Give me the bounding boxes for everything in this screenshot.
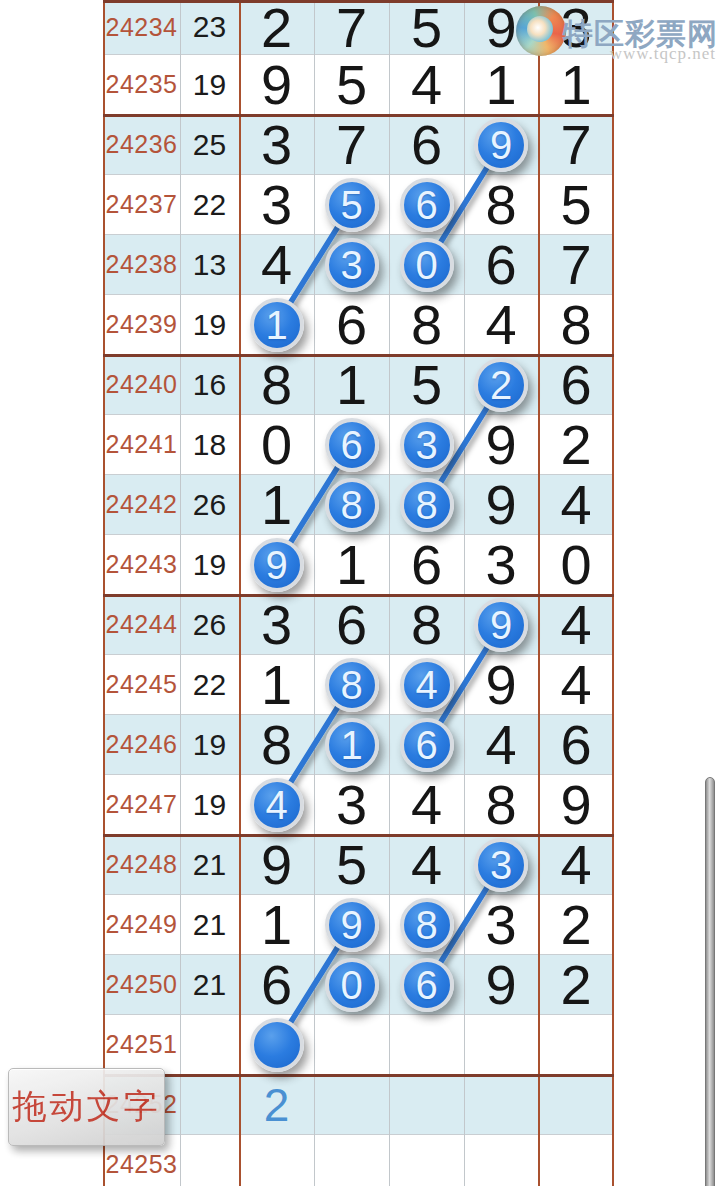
digit-cell: 2 [538,895,614,954]
digit-cell [464,1135,538,1186]
sum-cell: 19 [180,295,239,354]
issue-cell: 24242 [103,475,180,534]
digit-cell: 8 [464,175,538,234]
trend-table: 2423423275932423519954112423625376724237… [0,0,720,1186]
lottery-trend-screen: 2423423275932423519954112423625376724237… [0,0,720,1186]
issue-cell: 24234 [103,0,180,54]
group-separator-line [103,354,614,357]
sum-cell: 21 [180,955,239,1014]
digit-cell [314,1075,389,1134]
digit-cell: 2 [538,415,614,474]
circled-digit: 4 [250,778,304,832]
issue-cell: 24245 [103,655,180,714]
digit-cell [464,1075,538,1134]
group-separator-line [103,1074,614,1077]
digit-cell: 9 [464,0,538,54]
digit-cell: 4 [538,655,614,714]
issue-cell: 24244 [103,595,180,654]
sum-cell: 19 [180,55,239,114]
circled-digit: 3 [325,238,379,292]
sum-cell: 19 [180,715,239,774]
sum-cell: 22 [180,175,239,234]
digit-cell [538,1015,614,1074]
circled-digit: 8 [400,898,454,952]
circled-digit: 9 [474,118,528,172]
issue-cell: 24247 [103,775,180,834]
digit-cell: 8 [389,295,464,354]
group-separator-line [103,834,614,837]
digit-cell: 1 [538,55,614,114]
digit-cell: 3 [538,0,614,54]
digit-cell: 8 [538,295,614,354]
digit-cell: 2 [239,0,314,54]
circled-digit: 9 [474,598,528,652]
digit-cell: 9 [464,655,538,714]
digit-cell [314,1135,389,1186]
sum-cell: 13 [180,235,239,294]
circled-digit: 5 [325,178,379,232]
digit-cell: 8 [239,715,314,774]
digit-cell: 0 [239,415,314,474]
issue-cell: 24249 [103,895,180,954]
circled-digit: 3 [474,838,528,892]
digit-cell: 6 [538,715,614,774]
digit-cell [389,1015,464,1074]
digit-cell: 1 [464,55,538,114]
digit-cell: 1 [314,535,389,594]
sum-cell: 25 [180,115,239,174]
digit-cell: 3 [464,535,538,594]
digit-cell: 3 [239,115,314,174]
group-separator-line [103,0,614,3]
issue-cell: 24240 [103,355,180,414]
circled-digit: 3 [400,418,454,472]
circled-digit: 6 [325,418,379,472]
circled-digit: 0 [325,958,379,1012]
sum-cell: 18 [180,415,239,474]
digit-cell: 4 [389,55,464,114]
solid-marker-circle [250,1018,304,1072]
digit-cell: 9 [464,415,538,474]
digit-cell: 7 [314,115,389,174]
circled-digit: 8 [325,658,379,712]
digit-cell: 9 [538,775,614,834]
scrollbar-thumb[interactable] [705,777,715,1186]
digit-cell: 9 [239,835,314,894]
issue-cell: 24250 [103,955,180,1014]
digit-cell: 4 [464,295,538,354]
issue-cell: 24239 [103,295,180,354]
digit-cell: 2 [538,955,614,1014]
circled-digit: 8 [400,478,454,532]
circled-digit: 6 [400,958,454,1012]
digit-cell: 9 [464,955,538,1014]
digit-cell: 2 [239,1075,314,1134]
digit-cell: 5 [389,0,464,54]
digit-cell: 3 [314,775,389,834]
digit-cell [239,1135,314,1186]
digit-cell: 6 [314,595,389,654]
digit-cell: 4 [239,235,314,294]
digit-cell [389,1135,464,1186]
issue-cell: 24238 [103,235,180,294]
digit-cell: 4 [389,775,464,834]
circled-digit: 9 [325,898,379,952]
digit-cell [389,1075,464,1134]
group-separator-line [103,114,614,117]
sum-cell: 26 [180,475,239,534]
digit-cell: 9 [239,55,314,114]
issue-cell: 24236 [103,115,180,174]
sum-cell: 19 [180,775,239,834]
digit-cell: 4 [538,475,614,534]
sum-cell: 23 [180,0,239,54]
sum-cell: 21 [180,895,239,954]
sum-cell: 19 [180,535,239,594]
digit-cell: 3 [239,595,314,654]
digit-cell: 5 [389,355,464,414]
digit-cell [538,1135,614,1186]
digit-cell: 8 [239,355,314,414]
digit-cell: 1 [239,475,314,534]
digit-cell: 6 [464,235,538,294]
digit-cell: 9 [464,475,538,534]
circled-digit: 6 [400,178,454,232]
digit-cell: 7 [314,0,389,54]
sum-cell: 26 [180,595,239,654]
digit-cell: 6 [389,115,464,174]
digit-cell [314,1015,389,1074]
digit-cell: 3 [464,895,538,954]
digit-cell [464,1015,538,1074]
issue-cell: 24237 [103,175,180,234]
digit-cell: 1 [239,895,314,954]
digit-cell [538,1075,614,1134]
digit-cell: 4 [389,835,464,894]
sum-cell: 22 [180,655,239,714]
digit-cell: 6 [538,355,614,414]
digit-cell: 1 [239,655,314,714]
issue-cell: 24246 [103,715,180,774]
circled-digit: 0 [400,238,454,292]
digit-cell: 5 [314,835,389,894]
circled-digit: 2 [474,358,528,412]
digit-cell: 4 [538,835,614,894]
circled-digit: 8 [325,478,379,532]
issue-cell: 24251 [103,1015,180,1074]
digit-cell: 5 [538,175,614,234]
issue-cell: 24243 [103,535,180,594]
digit-cell: 8 [389,595,464,654]
circled-digit: 1 [250,298,304,352]
sum-cell: 16 [180,355,239,414]
digit-cell: 3 [239,175,314,234]
digit-cell: 5 [314,55,389,114]
group-separator-line [103,594,614,597]
sum-cell [180,1135,239,1186]
digit-cell: 7 [538,115,614,174]
digit-cell: 0 [538,535,614,594]
sum-cell: 21 [180,835,239,894]
circled-digit: 1 [325,718,379,772]
digit-cell: 1 [314,355,389,414]
sum-cell [180,1075,239,1134]
digit-cell: 8 [464,775,538,834]
digit-cell: 4 [464,715,538,774]
circled-digit: 6 [400,718,454,772]
sum-cell [180,1015,239,1074]
issue-cell: 24235 [103,55,180,114]
circled-digit: 4 [400,658,454,712]
digit-cell: 7 [538,235,614,294]
issue-cell: 24248 [103,835,180,894]
drag-text-button[interactable]: 拖动文字 [8,1068,165,1146]
digit-cell: 6 [389,535,464,594]
digit-cell: 6 [314,295,389,354]
digit-cell: 4 [538,595,614,654]
digit-cell: 6 [239,955,314,1014]
issue-cell: 24241 [103,415,180,474]
circled-digit: 9 [250,538,304,592]
